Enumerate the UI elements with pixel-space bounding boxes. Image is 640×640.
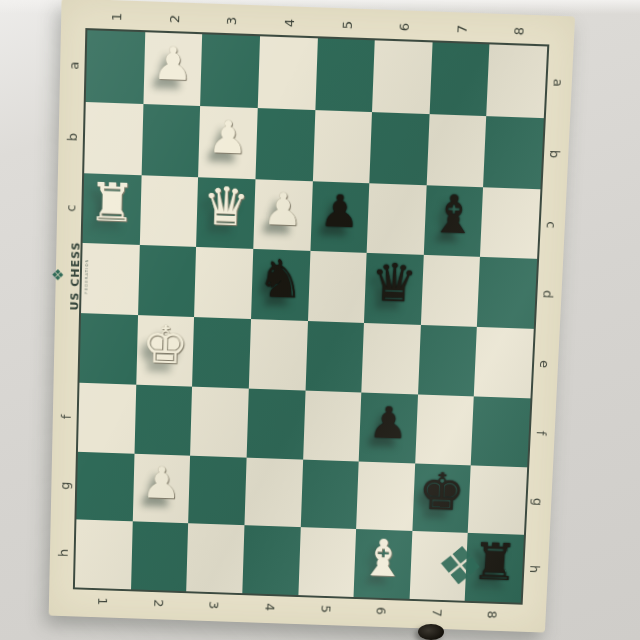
square-e6[interactable] [361,323,420,394]
square-b2[interactable] [141,104,200,177]
white-pawn-a2[interactable]: ♟ [152,40,193,87]
black-pawn-c5[interactable]: ♟ [319,189,360,235]
square-g5[interactable] [300,459,359,529]
square-c2[interactable] [139,175,198,247]
us-chess-branding: ❖ US CHESS FEDERATION [8,258,129,292]
square-d5[interactable] [308,251,367,323]
square-a2[interactable]: ♟ [143,32,202,106]
square-g7[interactable]: ♚ [412,463,471,533]
white-bishop-h6[interactable]: ♝ [359,532,407,584]
black-knight-d4[interactable]: ♞ [256,252,304,306]
square-f6[interactable]: ♟ [359,392,418,463]
square-b4[interactable] [255,108,315,181]
square-c4[interactable]: ♟ [253,179,312,251]
square-h1[interactable] [75,520,133,590]
white-queen-c3[interactable]: ♛ [202,180,250,234]
white-king-e2[interactable]: ♚ [141,318,189,371]
chess-board-mat: 12345678 12345678 abcfgh abcdefgh ♟♟♜♛♟♟… [49,0,575,633]
square-f1[interactable] [78,382,136,453]
square-e4[interactable] [249,319,308,390]
white-rook-c1[interactable]: ♜ [88,176,136,230]
square-b3[interactable]: ♟ [198,106,257,179]
square-b1[interactable] [84,102,143,175]
square-f2[interactable] [134,384,192,455]
square-c7[interactable]: ♝ [424,185,484,257]
square-e7[interactable] [418,325,477,396]
square-g4[interactable] [244,457,302,527]
square-b7[interactable] [426,114,486,187]
square-c6[interactable] [367,183,427,255]
square-d2[interactable] [138,245,197,317]
square-d3[interactable] [194,247,253,319]
chess-board: ♟♟♜♛♟♟♝♞♛♚♟♟♚♝♜ [75,30,547,603]
square-g6[interactable] [356,461,415,531]
us-chess-shield-logo-corner: ❖ [429,536,491,597]
square-g2[interactable]: ♟ [132,453,190,523]
square-h2[interactable] [131,522,189,592]
square-b8[interactable] [483,116,543,189]
square-d6[interactable]: ♛ [364,253,423,325]
square-e1[interactable] [79,313,137,384]
black-queen-d6[interactable]: ♛ [370,256,419,310]
square-b6[interactable] [369,112,429,185]
square-f8[interactable] [471,396,530,467]
square-g1[interactable] [76,451,134,521]
square-e3[interactable] [192,317,251,388]
square-d7[interactable] [421,255,481,327]
black-king-g7[interactable]: ♚ [418,466,466,518]
square-e8[interactable] [474,327,534,398]
square-a3[interactable] [200,34,260,108]
square-e5[interactable] [305,321,364,392]
square-c1[interactable]: ♜ [83,173,142,245]
square-a7[interactable] [429,42,489,115]
square-e2[interactable]: ♚ [136,315,194,386]
square-a5[interactable] [315,38,375,112]
captured-piece-offboard[interactable] [418,624,444,640]
square-h3[interactable] [186,523,244,593]
square-a6[interactable] [372,40,432,114]
black-pawn-f6[interactable]: ♟ [368,400,409,445]
square-h5[interactable] [298,527,356,597]
square-f4[interactable] [247,388,306,459]
white-pawn-b3[interactable]: ♟ [208,114,249,160]
square-c3[interactable]: ♛ [196,177,255,249]
square-h4[interactable] [242,525,300,595]
square-d8[interactable] [477,257,537,329]
square-a8[interactable] [487,44,548,117]
table-surface: 12345678 12345678 abcfgh abcdefgh ♟♟♜♛♟♟… [0,0,640,640]
square-f5[interactable] [303,390,362,461]
us-chess-shield-icon: ❖ [51,266,65,285]
square-b5[interactable] [312,110,372,183]
square-f7[interactable] [415,394,474,465]
black-bishop-c7[interactable]: ♝ [429,188,478,242]
square-g8[interactable] [468,465,527,535]
square-f3[interactable] [190,386,248,457]
white-pawn-g2[interactable]: ♟ [141,461,181,505]
brand-name: US CHESS [68,241,83,310]
brand-subtitle: FEDERATION [83,258,89,294]
square-a1[interactable] [86,30,145,104]
square-d4[interactable]: ♞ [251,249,310,321]
square-c5[interactable]: ♟ [310,181,369,253]
square-h6[interactable]: ♝ [354,529,413,599]
square-g3[interactable] [188,455,246,525]
square-c8[interactable] [480,187,540,259]
square-a4[interactable] [258,36,318,110]
white-pawn-c4[interactable]: ♟ [262,187,303,233]
